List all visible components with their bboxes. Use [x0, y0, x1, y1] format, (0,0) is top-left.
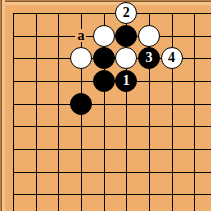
- board-point: [92, 70, 115, 93]
- board-point: [92, 47, 115, 70]
- stone-black[interactable]: [115, 25, 137, 47]
- board-point: 4: [160, 47, 183, 70]
- move-number-label: 1: [123, 74, 130, 88]
- board-intersections-grid: 2341a: [2, 2, 206, 206]
- stone-black-move-3[interactable]: 3: [138, 47, 160, 69]
- board-point: 1: [115, 70, 138, 93]
- move-number-label: 2: [123, 6, 130, 20]
- stone-white[interactable]: [93, 25, 115, 47]
- stone-white[interactable]: [70, 47, 92, 69]
- go-board-diagram: 2341a: [0, 0, 211, 211]
- board-point: [115, 47, 138, 70]
- move-number-label: 3: [145, 51, 152, 65]
- stone-black[interactable]: [93, 47, 115, 69]
- stone-white-move-2[interactable]: 2: [115, 2, 137, 24]
- board-point: [138, 24, 161, 47]
- board-point: [92, 24, 115, 47]
- stone-black[interactable]: [93, 70, 115, 92]
- board-point: [70, 47, 93, 70]
- move-number-label: 4: [168, 51, 175, 65]
- board-point: 3: [138, 47, 161, 70]
- board-point: [70, 92, 93, 115]
- stone-white[interactable]: [138, 25, 160, 47]
- stone-black[interactable]: [70, 93, 92, 115]
- board-point: a: [70, 24, 93, 47]
- board-point: [115, 24, 138, 47]
- stone-black-move-1[interactable]: 1: [115, 70, 137, 92]
- board-point: 2: [115, 2, 138, 25]
- stone-white-move-4[interactable]: 4: [161, 47, 183, 69]
- point-label-a[interactable]: a: [75, 29, 86, 42]
- stone-white[interactable]: [115, 47, 137, 69]
